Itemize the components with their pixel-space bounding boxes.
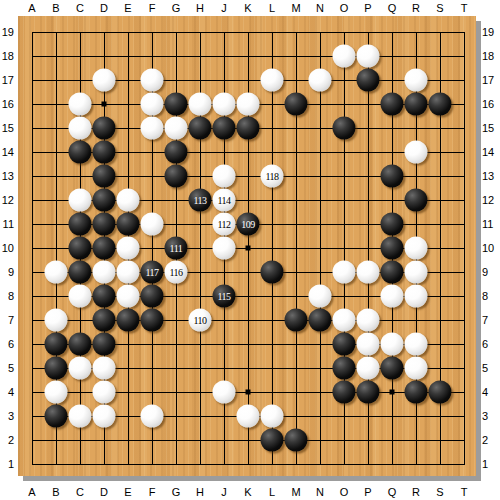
column-label-bottom-S: S	[428, 485, 452, 499]
row-label-left-7: 7	[0, 313, 14, 327]
row-label-left-13: 13	[0, 169, 14, 183]
column-label-bottom-O: O	[332, 485, 356, 499]
column-label-bottom-C: C	[68, 485, 92, 499]
column-label-bottom-A: A	[20, 485, 44, 499]
row-label-left-19: 19	[0, 25, 14, 39]
row-label-right-2: 2	[482, 433, 500, 447]
column-label-bottom-Q: Q	[380, 485, 404, 499]
row-label-right-10: 10	[482, 241, 500, 255]
row-label-right-17: 17	[482, 73, 500, 87]
row-label-right-9: 9	[482, 265, 500, 279]
column-label-top-D: D	[92, 1, 116, 15]
column-label-bottom-N: N	[308, 485, 332, 499]
row-label-left-1: 1	[0, 457, 14, 471]
column-label-top-S: S	[428, 1, 452, 15]
column-label-bottom-H: H	[188, 485, 212, 499]
row-label-right-14: 14	[482, 145, 500, 159]
row-label-right-3: 3	[482, 409, 500, 423]
column-label-bottom-P: P	[356, 485, 380, 499]
row-label-right-18: 18	[482, 49, 500, 63]
row-label-left-2: 2	[0, 433, 14, 447]
row-label-right-16: 16	[482, 97, 500, 111]
column-label-bottom-T: T	[452, 485, 476, 499]
row-label-right-1: 1	[482, 457, 500, 471]
row-label-right-11: 11	[482, 217, 500, 231]
column-label-top-A: A	[20, 1, 44, 15]
column-label-top-F: F	[140, 1, 164, 15]
column-label-top-M: M	[284, 1, 308, 15]
row-label-left-11: 11	[0, 217, 14, 231]
row-label-left-9: 9	[0, 265, 14, 279]
row-label-right-15: 15	[482, 121, 500, 135]
column-label-top-B: B	[44, 1, 68, 15]
row-label-left-16: 16	[0, 97, 14, 111]
column-label-top-Q: Q	[380, 1, 404, 15]
row-label-left-18: 18	[0, 49, 14, 63]
column-label-bottom-L: L	[260, 485, 284, 499]
column-label-top-O: O	[332, 1, 356, 15]
row-label-left-4: 4	[0, 385, 14, 399]
row-label-right-8: 8	[482, 289, 500, 303]
column-label-top-G: G	[164, 1, 188, 15]
column-label-top-J: J	[212, 1, 236, 15]
row-label-left-10: 10	[0, 241, 14, 255]
column-label-bottom-R: R	[404, 485, 428, 499]
row-label-left-6: 6	[0, 337, 14, 351]
column-label-bottom-E: E	[116, 485, 140, 499]
row-label-right-5: 5	[482, 361, 500, 375]
column-label-bottom-J: J	[212, 485, 236, 499]
row-label-left-14: 14	[0, 145, 14, 159]
column-label-bottom-K: K	[236, 485, 260, 499]
go-board[interactable]	[18, 16, 476, 476]
column-label-top-R: R	[404, 1, 428, 15]
column-label-bottom-G: G	[164, 485, 188, 499]
row-label-left-12: 12	[0, 193, 14, 207]
row-label-left-5: 5	[0, 361, 14, 375]
row-label-right-4: 4	[482, 385, 500, 399]
column-label-bottom-D: D	[92, 485, 116, 499]
row-label-right-19: 19	[482, 25, 500, 39]
row-label-right-6: 6	[482, 337, 500, 351]
column-label-top-P: P	[356, 1, 380, 15]
column-label-top-H: H	[188, 1, 212, 15]
column-label-bottom-M: M	[284, 485, 308, 499]
column-label-top-C: C	[68, 1, 92, 15]
column-label-top-T: T	[452, 1, 476, 15]
column-label-top-K: K	[236, 1, 260, 15]
row-label-right-12: 12	[482, 193, 500, 207]
row-label-right-7: 7	[482, 313, 500, 327]
column-label-bottom-B: B	[44, 485, 68, 499]
row-label-left-8: 8	[0, 289, 14, 303]
row-label-right-13: 13	[482, 169, 500, 183]
row-label-left-3: 3	[0, 409, 14, 423]
go-board-stage: AABBCCDDEEFFGGHHJJKKLLMMNNOOPPQQRRSSTT19…	[0, 0, 500, 500]
column-label-top-L: L	[260, 1, 284, 15]
column-label-top-N: N	[308, 1, 332, 15]
row-label-left-17: 17	[0, 73, 14, 87]
column-label-bottom-F: F	[140, 485, 164, 499]
column-label-top-E: E	[116, 1, 140, 15]
row-label-left-15: 15	[0, 121, 14, 135]
